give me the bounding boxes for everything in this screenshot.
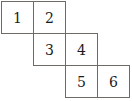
grid-cell: 1	[1, 1, 34, 34]
staircase-board: 123456	[0, 0, 132, 101]
grid-cell: 5	[65, 65, 98, 98]
grid-cell: 6	[97, 65, 130, 98]
grid-cell: 2	[33, 1, 66, 34]
grid-cell: 4	[65, 33, 98, 66]
grid: 123456	[0, 0, 132, 101]
grid-cell: 3	[33, 33, 66, 66]
